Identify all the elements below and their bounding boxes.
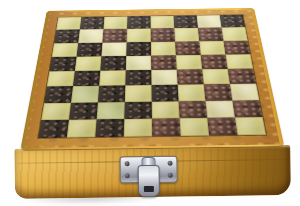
screw-icon (125, 161, 130, 166)
square-c6 (101, 42, 126, 56)
square-g7 (198, 28, 224, 41)
square-g5 (201, 54, 228, 69)
square-d8 (127, 16, 151, 29)
square-h8 (220, 15, 245, 28)
square-d4 (125, 70, 151, 86)
square-c3 (98, 86, 125, 103)
square-a1 (38, 120, 69, 138)
square-f5 (176, 55, 202, 70)
square-b5 (75, 56, 102, 71)
square-b4 (73, 71, 100, 87)
square-b1 (67, 119, 97, 137)
screw-icon (168, 161, 173, 166)
square-c4 (99, 70, 126, 86)
square-f3 (178, 84, 206, 100)
square-e2 (152, 101, 180, 118)
square-b7 (78, 29, 103, 42)
square-a6 (52, 43, 78, 57)
chess-box (0, 0, 300, 206)
screw-icon (125, 173, 130, 178)
square-c8 (103, 16, 127, 29)
screw-icon (168, 173, 173, 178)
square-e4 (151, 70, 177, 86)
square-d7 (127, 29, 151, 42)
square-b8 (80, 17, 105, 30)
square-f4 (177, 69, 204, 85)
board-lid (20, 8, 284, 150)
square-c7 (102, 29, 127, 42)
square-f6 (175, 41, 201, 55)
square-a2 (41, 102, 71, 119)
square-e5 (151, 55, 177, 70)
square-d6 (126, 42, 151, 56)
square-f2 (179, 101, 208, 118)
square-a7 (54, 30, 80, 43)
clasp-slot (144, 186, 154, 192)
square-a3 (44, 86, 73, 103)
square-f8 (174, 15, 198, 28)
square-h3 (230, 84, 259, 100)
square-h5 (226, 54, 254, 69)
product-photo (0, 0, 300, 206)
square-c1 (95, 119, 124, 137)
latch-clasp[interactable] (138, 165, 160, 197)
square-h4 (228, 69, 256, 85)
square-d5 (126, 55, 151, 70)
square-d1 (124, 118, 152, 136)
square-a8 (56, 17, 81, 30)
square-d3 (125, 85, 152, 101)
square-g2 (205, 100, 234, 117)
square-a5 (49, 56, 76, 71)
square-e6 (151, 41, 176, 55)
square-b2 (69, 102, 98, 119)
latch[interactable] (119, 156, 178, 199)
square-g8 (197, 15, 222, 28)
square-h7 (222, 27, 248, 40)
square-g4 (202, 69, 230, 85)
square-h1 (235, 117, 266, 135)
square-b3 (71, 86, 99, 103)
chess-board (37, 14, 267, 139)
square-g3 (204, 84, 233, 100)
square-d2 (124, 101, 152, 118)
board-border (25, 10, 280, 148)
square-f7 (174, 28, 199, 41)
square-e7 (151, 28, 175, 41)
square-a4 (47, 71, 75, 87)
square-h2 (232, 100, 262, 117)
square-b6 (77, 42, 103, 56)
square-f1 (180, 118, 210, 136)
square-g6 (199, 41, 225, 55)
square-c2 (97, 102, 125, 119)
square-e3 (151, 85, 178, 101)
square-c5 (100, 56, 126, 71)
square-g1 (207, 117, 237, 135)
square-h6 (223, 40, 250, 54)
square-e8 (150, 16, 174, 29)
square-e1 (152, 118, 181, 136)
